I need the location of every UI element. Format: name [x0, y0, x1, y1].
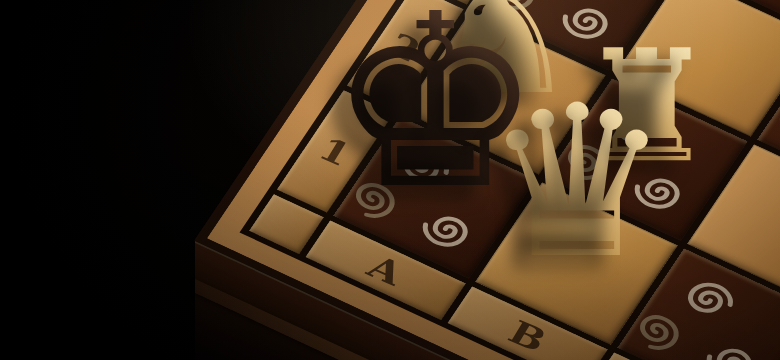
chess-photo-scene: 1A2B3C4D5E6F7G8H ♚♞♛♜ [0, 0, 780, 360]
piece-white-queen-b1[interactable]: ♛ [483, 78, 671, 288]
